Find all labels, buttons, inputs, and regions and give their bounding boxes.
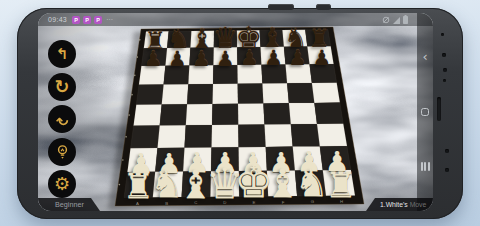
rank-tick xyxy=(131,94,133,96)
sensor-dot xyxy=(445,168,449,172)
square-g5[interactable] xyxy=(287,83,314,103)
nav-back-button[interactable]: ‹ xyxy=(417,50,433,63)
square-h5[interactable] xyxy=(312,83,340,103)
notification-icon-p: P xyxy=(83,16,91,24)
move-indicator: 1.White's Move xyxy=(366,198,433,211)
square-f4[interactable] xyxy=(263,103,290,124)
square-c4[interactable] xyxy=(186,104,213,125)
gear-icon: ⚙ xyxy=(54,175,70,193)
status-time: 09:43 xyxy=(48,16,67,23)
square-b3[interactable] xyxy=(158,125,186,148)
redo-button[interactable]: ↻ xyxy=(48,73,76,101)
square-d4[interactable] xyxy=(212,104,238,125)
sensor-dot xyxy=(441,33,444,36)
rank-tick xyxy=(125,136,127,138)
square-g4[interactable] xyxy=(289,103,317,124)
square-e4[interactable] xyxy=(238,103,265,124)
power-button xyxy=(316,4,331,10)
rank-tick xyxy=(137,56,139,58)
camera-dot xyxy=(443,68,447,72)
square-a4[interactable] xyxy=(134,104,162,125)
square-h3[interactable] xyxy=(317,124,347,147)
back-chevron-icon: ‹ xyxy=(422,50,427,63)
rotate-icon: ↷ xyxy=(56,112,69,127)
square-d3[interactable] xyxy=(212,125,239,148)
rank-tick xyxy=(134,75,136,77)
recents-icon xyxy=(421,162,423,171)
rank-tick xyxy=(122,159,124,161)
square-g3[interactable] xyxy=(291,124,320,147)
black-pawn[interactable]: ♟ xyxy=(144,49,163,70)
phone-screen: 09:43 P P P ⋯ xyxy=(38,13,433,211)
notification-icon-p: P xyxy=(72,16,80,24)
white-knight[interactable]: ♞ xyxy=(295,165,329,203)
black-pawn[interactable]: ♟ xyxy=(264,48,283,69)
rank-tick xyxy=(119,184,121,186)
square-a5[interactable] xyxy=(136,85,163,105)
volume-button xyxy=(268,4,294,10)
difficulty-badge: Beginner xyxy=(38,198,100,211)
square-b5[interactable] xyxy=(162,84,189,104)
signal-icon xyxy=(393,16,400,24)
sensor-dot xyxy=(445,149,449,153)
notification-icon-p: P xyxy=(94,16,102,24)
black-pawn[interactable]: ♟ xyxy=(288,48,307,69)
hint-button[interactable] xyxy=(48,138,76,166)
square-f3[interactable] xyxy=(265,124,293,147)
square-e3[interactable] xyxy=(238,125,265,148)
black-pawn[interactable]: ♟ xyxy=(312,48,331,69)
android-nav-bar: ‹ xyxy=(417,13,433,211)
phone-frame: 09:43 P P P ⋯ xyxy=(17,8,463,219)
notification-overflow-icon: ⋯ xyxy=(106,16,113,24)
bezel-sensors xyxy=(433,8,463,219)
rank-tick xyxy=(128,114,130,116)
square-f5[interactable] xyxy=(262,83,289,103)
square-h4[interactable] xyxy=(314,103,343,124)
hint-icon xyxy=(54,143,71,160)
square-d5[interactable] xyxy=(213,84,239,104)
square-a3[interactable] xyxy=(131,126,160,149)
rotate-button[interactable]: ↷ xyxy=(48,105,76,133)
move-word-label: Move xyxy=(410,201,427,208)
black-pawn[interactable]: ♟ xyxy=(192,49,211,70)
status-bar: 09:43 P P P ⋯ xyxy=(38,13,433,26)
rank-tick xyxy=(139,39,141,41)
nav-home-button[interactable] xyxy=(417,108,433,116)
home-icon xyxy=(421,108,429,116)
square-c3[interactable] xyxy=(185,125,213,148)
mute-icon xyxy=(382,16,390,24)
square-b4[interactable] xyxy=(160,104,187,125)
black-pawn[interactable]: ♟ xyxy=(240,48,259,69)
nav-recents-button[interactable] xyxy=(417,162,433,171)
difficulty-label: Beginner xyxy=(55,200,84,209)
redo-icon: ↻ xyxy=(54,78,69,96)
speaker-slot xyxy=(437,97,441,121)
black-pawn[interactable]: ♟ xyxy=(216,49,235,70)
square-e5[interactable] xyxy=(238,84,264,104)
sensor-dot xyxy=(443,79,446,82)
sensor-dot xyxy=(442,53,446,57)
battery-icon xyxy=(403,15,408,24)
page-background: 09:43 P P P ⋯ xyxy=(0,0,480,226)
move-number-label: 1.White's xyxy=(380,201,408,208)
square-c5[interactable] xyxy=(187,84,213,104)
settings-button[interactable]: ⚙ xyxy=(48,170,76,198)
undo-button[interactable]: ↰ xyxy=(48,40,76,68)
undo-icon: ↰ xyxy=(56,47,69,62)
black-pawn[interactable]: ♟ xyxy=(168,49,187,70)
white-rook[interactable]: ♜ xyxy=(325,168,356,203)
